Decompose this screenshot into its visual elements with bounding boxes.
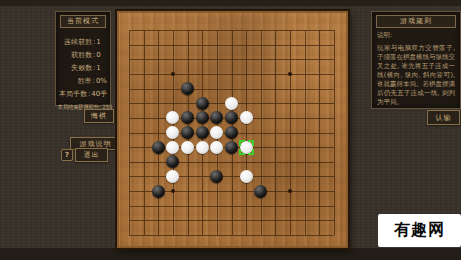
- grid-line-vertical: [290, 30, 291, 235]
- stats-list: 连续获胜:1获胜数:0失败数:1胜率:0%本局手数:40手: [56, 28, 110, 100]
- white-stone: [225, 97, 238, 110]
- grid-line-vertical: [261, 30, 262, 235]
- rules-text: 玩家与电脑双方交替落子, 子须落在棋盘横线与纵线交叉之处, 谁先将五子连成一线(…: [372, 40, 460, 107]
- grid-line-vertical: [334, 30, 335, 235]
- undo-button[interactable]: 悔棋: [84, 109, 114, 123]
- rules-panel: 游戏规则 说明: 玩家与电脑双方交替落子, 子须落在棋盘横线与纵线交叉之处, 谁…: [371, 11, 461, 109]
- rules-intro: 说明:: [372, 28, 460, 40]
- black-stone: [181, 111, 194, 124]
- black-stone: [196, 126, 209, 139]
- rules-panel-title: 游戏规则: [376, 15, 456, 28]
- white-stone: [166, 126, 179, 139]
- black-stone: [225, 126, 238, 139]
- stat-row: 失败数:1: [59, 61, 107, 74]
- black-stone: [210, 170, 223, 183]
- grid-line-horizontal: [129, 220, 334, 221]
- white-stone: [210, 141, 223, 154]
- gomoku-board[interactable]: [117, 11, 348, 248]
- black-stone: [225, 141, 238, 154]
- grid-line-horizontal: [129, 235, 334, 236]
- grid-line-horizontal: [129, 162, 334, 163]
- star-point: [288, 72, 292, 76]
- white-stone: [240, 111, 253, 124]
- stat-row: 本局手数:40手: [59, 87, 107, 100]
- marker-corner: [248, 140, 254, 146]
- white-stone: [240, 170, 253, 183]
- white-stone: [166, 141, 179, 154]
- black-stone: [166, 155, 179, 168]
- stat-row: 获胜数:0: [59, 48, 107, 61]
- game-window: 当前模式 连续获胜:1获胜数:0失败数:1胜率:0%本局手数:40手 本局结束获…: [0, 0, 461, 260]
- grid-line-vertical: [305, 30, 306, 235]
- grid-line-horizontal: [129, 176, 334, 177]
- grid-line-vertical: [319, 30, 320, 235]
- marker-corner: [239, 140, 245, 146]
- stats-panel: 当前模式 连续获胜:1获胜数:0失败数:1胜率:0%本局手数:40手 本局结束获…: [55, 11, 111, 106]
- white-stone: [181, 141, 194, 154]
- bottom-edge-band: [0, 248, 461, 260]
- white-stone: [166, 111, 179, 124]
- marker-corner: [239, 149, 245, 155]
- grid-line-vertical: [275, 30, 276, 235]
- exit-button[interactable]: 退出: [75, 148, 108, 162]
- black-stone: [196, 97, 209, 110]
- marker-corner: [248, 149, 254, 155]
- star-point: [171, 189, 175, 193]
- grid-line-vertical: [246, 30, 247, 235]
- black-stone: [152, 141, 165, 154]
- white-stone: [166, 170, 179, 183]
- black-stone: [181, 126, 194, 139]
- white-stone: [210, 126, 223, 139]
- stat-row: 胜率:0%: [59, 74, 107, 87]
- black-stone: [181, 82, 194, 95]
- last-move-marker: [239, 140, 254, 155]
- black-stone: [225, 111, 238, 124]
- surrender-button[interactable]: 认输: [427, 110, 460, 125]
- help-icon[interactable]: ?: [61, 149, 73, 161]
- stats-panel-title: 当前模式: [60, 15, 106, 28]
- black-stone: [210, 111, 223, 124]
- stat-row: 连续获胜:1: [59, 35, 107, 48]
- watermark-logo: 有趣网: [378, 214, 461, 247]
- black-stone: [196, 111, 209, 124]
- grid-line-horizontal: [129, 206, 334, 207]
- star-point: [171, 72, 175, 76]
- top-edge-band: [0, 0, 461, 6]
- black-stone: [254, 185, 267, 198]
- star-point: [288, 189, 292, 193]
- black-stone: [152, 185, 165, 198]
- white-stone: [196, 141, 209, 154]
